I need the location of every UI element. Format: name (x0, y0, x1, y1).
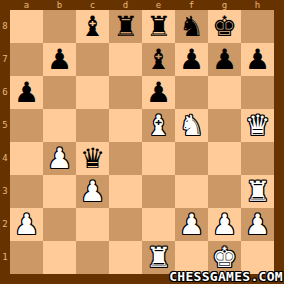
black-bishop-piece: ♝ (142, 43, 175, 76)
file-label-c: c (76, 0, 109, 10)
square-a5 (10, 109, 43, 142)
file-label-g: g (208, 0, 241, 10)
file-label-f: f (175, 0, 208, 10)
square-d4 (109, 142, 142, 175)
square-g7: ♟ (208, 43, 241, 76)
square-c1 (76, 241, 109, 274)
black-rook-piece: ♜ (142, 10, 175, 43)
square-e7: ♝ (142, 43, 175, 76)
rank-label-8: 8 (0, 10, 10, 43)
square-c8: ♝ (76, 10, 109, 43)
square-g2: ♟ (208, 208, 241, 241)
rank-label-1: 1 (0, 241, 10, 274)
rank-label-2: 2 (0, 208, 10, 241)
square-h2: ♟ (241, 208, 274, 241)
square-a4 (10, 142, 43, 175)
black-pawn-piece: ♟ (241, 43, 274, 76)
square-f8: ♞ (175, 10, 208, 43)
branding-text: CHESSGAMES.COM (169, 270, 283, 284)
square-g3 (208, 175, 241, 208)
rank-label-7: 7 (0, 43, 10, 76)
square-a3 (10, 175, 43, 208)
square-b4: ♟ (43, 142, 76, 175)
square-c6 (76, 76, 109, 109)
square-d5 (109, 109, 142, 142)
square-h4 (241, 142, 274, 175)
black-pawn-piece: ♟ (208, 43, 241, 76)
square-c2 (76, 208, 109, 241)
square-f7: ♟ (175, 43, 208, 76)
black-pawn-piece: ♟ (175, 43, 208, 76)
square-g4 (208, 142, 241, 175)
white-pawn-piece: ♟ (208, 208, 241, 241)
square-d6 (109, 76, 142, 109)
square-e3 (142, 175, 175, 208)
square-b1 (43, 241, 76, 274)
square-a1 (10, 241, 43, 274)
square-a6: ♟ (10, 76, 43, 109)
square-h5: ♛ (241, 109, 274, 142)
square-e5: ♝ (142, 109, 175, 142)
square-d8: ♜ (109, 10, 142, 43)
black-bishop-piece: ♝ (76, 10, 109, 43)
square-f4 (175, 142, 208, 175)
file-label-e: e (142, 0, 175, 10)
square-f2: ♟ (175, 208, 208, 241)
square-e4 (142, 142, 175, 175)
black-knight-piece: ♞ (175, 10, 208, 43)
white-pawn-piece: ♟ (43, 142, 76, 175)
square-e2 (142, 208, 175, 241)
chess-board: ♝♜♜♞♚♟♝♟♟♟♟♟♝♞♛♟♛♟♜♟♟♟♟♜♚ (10, 10, 274, 274)
white-queen-piece: ♛ (241, 109, 274, 142)
square-b7: ♟ (43, 43, 76, 76)
square-d2 (109, 208, 142, 241)
square-f5: ♞ (175, 109, 208, 142)
black-pawn-piece: ♟ (43, 43, 76, 76)
square-a7 (10, 43, 43, 76)
black-king-piece: ♚ (208, 10, 241, 43)
white-pawn-piece: ♟ (175, 208, 208, 241)
square-g5 (208, 109, 241, 142)
rank-label-3: 3 (0, 175, 10, 208)
black-queen-piece: ♛ (76, 142, 109, 175)
white-rook-piece: ♜ (241, 175, 274, 208)
white-knight-piece: ♞ (175, 109, 208, 142)
square-d1 (109, 241, 142, 274)
rank-labels: 87654321 (0, 10, 10, 274)
black-rook-piece: ♜ (109, 10, 142, 43)
square-h6 (241, 76, 274, 109)
square-h7: ♟ (241, 43, 274, 76)
square-b3 (43, 175, 76, 208)
rank-label-5: 5 (0, 109, 10, 142)
black-pawn-piece: ♟ (142, 76, 175, 109)
square-a2: ♟ (10, 208, 43, 241)
chess-board-diagram: abcdefgh 87654321 ♝♜♜♞♚♟♝♟♟♟♟♟♝♞♛♟♛♟♜♟♟♟… (0, 0, 284, 284)
black-pawn-piece: ♟ (10, 76, 43, 109)
file-label-b: b (43, 0, 76, 10)
square-b5 (43, 109, 76, 142)
file-label-a: a (10, 0, 43, 10)
white-pawn-piece: ♟ (76, 175, 109, 208)
square-b2 (43, 208, 76, 241)
square-h3: ♜ (241, 175, 274, 208)
square-d3 (109, 175, 142, 208)
square-c5 (76, 109, 109, 142)
square-g8: ♚ (208, 10, 241, 43)
white-bishop-piece: ♝ (142, 109, 175, 142)
square-e6: ♟ (142, 76, 175, 109)
rank-label-6: 6 (0, 76, 10, 109)
file-label-h: h (241, 0, 274, 10)
square-g6 (208, 76, 241, 109)
square-a8 (10, 10, 43, 43)
square-f6 (175, 76, 208, 109)
square-b8 (43, 10, 76, 43)
rank-label-4: 4 (0, 142, 10, 175)
file-label-d: d (109, 0, 142, 10)
square-d7 (109, 43, 142, 76)
square-e8: ♜ (142, 10, 175, 43)
square-f3 (175, 175, 208, 208)
white-pawn-piece: ♟ (10, 208, 43, 241)
white-pawn-piece: ♟ (241, 208, 274, 241)
square-c4: ♛ (76, 142, 109, 175)
square-c7 (76, 43, 109, 76)
square-b6 (43, 76, 76, 109)
file-labels: abcdefgh (10, 0, 274, 10)
square-c3: ♟ (76, 175, 109, 208)
square-h8 (241, 10, 274, 43)
